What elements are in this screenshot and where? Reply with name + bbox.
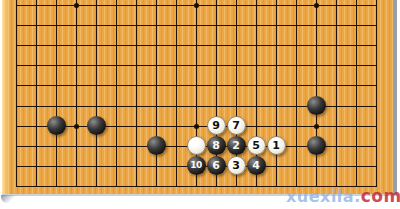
board-point-M3: 2	[226, 136, 246, 156]
watermark: xuexila.com	[286, 186, 400, 206]
board-point-O3: 1	[266, 136, 286, 156]
move-number: 2	[232, 140, 240, 151]
black-stone-K2: 10	[187, 156, 206, 175]
white-stone-O3: 1	[267, 136, 286, 155]
board-corner-shadow	[1, 195, 16, 203]
move-number: 9	[212, 120, 220, 131]
board-point-L3: 8	[206, 136, 226, 156]
board-point-N2: 4	[246, 156, 266, 176]
move-number: 6	[212, 160, 220, 171]
black-stone-Q3	[307, 136, 326, 155]
move-number: 3	[232, 160, 240, 171]
board-point-H3	[146, 136, 166, 156]
black-stone-H3	[147, 136, 166, 155]
move-number: 8	[212, 140, 220, 151]
watermark-tld: com	[361, 186, 400, 206]
black-stone-L2: 6	[207, 156, 226, 175]
black-stone-C4	[47, 116, 66, 135]
white-stone-K3	[187, 136, 206, 155]
move-number: 10	[190, 161, 202, 170]
board-point-E4	[86, 116, 106, 136]
white-stone-M2: 3	[227, 156, 246, 175]
board-point-M4: 7	[226, 116, 246, 136]
black-stone-N2: 4	[247, 156, 266, 175]
board-point-M2: 3	[226, 156, 246, 176]
board-point-K2: 10	[186, 156, 206, 176]
white-stone-L4: 9	[207, 116, 226, 135]
black-stone-M3: 2	[227, 136, 246, 155]
black-stone-Q5	[307, 96, 326, 115]
white-stone-N3: 5	[247, 136, 266, 155]
stones-layer: 12345678910	[6, 0, 386, 196]
board-point-Q5	[306, 95, 326, 115]
black-stone-L3: 8	[207, 136, 226, 155]
board-point-C4	[46, 116, 66, 136]
board-point-N3: 5	[246, 136, 266, 156]
black-stone-E4	[87, 116, 106, 135]
board-point-L2: 6	[206, 156, 226, 176]
white-stone-M4: 7	[227, 116, 246, 135]
board-point-Q3	[306, 136, 326, 156]
watermark-site-name: xuexila	[286, 187, 354, 206]
move-number: 4	[252, 160, 260, 171]
board-point-K3	[186, 136, 206, 156]
watermark-dot: .	[354, 187, 361, 206]
go-diagram: 12345678910 xuexila.com	[0, 0, 400, 209]
board-point-L4: 9	[206, 116, 226, 136]
move-number: 1	[272, 140, 280, 151]
go-board: 12345678910	[2, 0, 397, 196]
move-number: 7	[232, 120, 240, 131]
move-number: 5	[252, 140, 260, 151]
